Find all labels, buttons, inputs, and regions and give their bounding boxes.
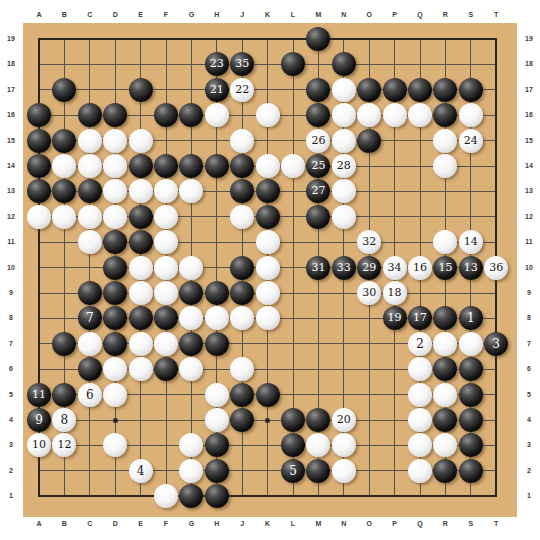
col-label-top-E: E <box>133 11 149 19</box>
col-label-bottom-N: N <box>336 520 352 528</box>
black-stone-M10: 31 <box>306 256 330 280</box>
black-stone-L4 <box>281 408 305 432</box>
white-stone-F12 <box>154 205 178 229</box>
white-stone-K14 <box>256 154 280 178</box>
white-stone-Q16 <box>408 103 432 127</box>
white-stone-C12 <box>78 205 102 229</box>
black-stone-R10: 15 <box>433 256 457 280</box>
white-stone-C11 <box>78 230 102 254</box>
row-label-left-8: 8 <box>3 314 19 322</box>
white-stone-E15 <box>129 129 153 153</box>
black-stone-O15 <box>357 129 381 153</box>
black-stone-T7: 3 <box>484 332 508 356</box>
white-stone-F1 <box>154 484 178 508</box>
black-stone-D9 <box>103 281 127 305</box>
row-label-right-19: 19 <box>521 35 537 43</box>
black-stone-A5: 11 <box>27 383 51 407</box>
white-stone-C14 <box>78 154 102 178</box>
col-label-bottom-R: R <box>437 520 453 528</box>
white-stone-F10 <box>154 256 178 280</box>
black-stone-D10 <box>103 256 127 280</box>
row-label-right-14: 14 <box>521 162 537 170</box>
black-stone-F6 <box>154 357 178 381</box>
black-stone-S6 <box>459 357 483 381</box>
black-stone-A14 <box>27 154 51 178</box>
row-label-left-9: 9 <box>3 289 19 297</box>
col-label-bottom-Q: Q <box>412 520 428 528</box>
white-stone-F7 <box>154 332 178 356</box>
col-label-top-P: P <box>387 11 403 19</box>
row-label-right-1: 1 <box>521 492 537 500</box>
white-stone-C15 <box>78 129 102 153</box>
row-label-left-6: 6 <box>3 365 19 373</box>
white-stone-C5: 6 <box>78 383 102 407</box>
black-stone-E14 <box>129 154 153 178</box>
row-label-left-1: 1 <box>3 492 19 500</box>
black-stone-S5 <box>459 383 483 407</box>
white-stone-S16 <box>459 103 483 127</box>
white-stone-N12 <box>332 205 356 229</box>
white-stone-J15 <box>230 129 254 153</box>
black-stone-C9 <box>78 281 102 305</box>
black-stone-B5 <box>52 383 76 407</box>
col-label-top-F: F <box>158 11 174 19</box>
col-label-bottom-S: S <box>463 520 479 528</box>
black-stone-K5 <box>256 383 280 407</box>
col-label-bottom-A: A <box>31 520 47 528</box>
col-label-top-N: N <box>336 11 352 19</box>
white-stone-N14: 28 <box>332 154 356 178</box>
white-stone-P10: 34 <box>383 256 407 280</box>
white-stone-E9 <box>129 281 153 305</box>
black-stone-H2 <box>205 459 229 483</box>
col-label-bottom-E: E <box>133 520 149 528</box>
white-stone-N4: 20 <box>332 408 356 432</box>
row-label-left-10: 10 <box>3 264 19 272</box>
black-stone-F16 <box>154 103 178 127</box>
row-label-left-4: 4 <box>3 416 19 424</box>
col-label-bottom-G: G <box>183 520 199 528</box>
white-stone-K11 <box>256 230 280 254</box>
row-label-left-7: 7 <box>3 340 19 348</box>
row-label-right-18: 18 <box>521 60 537 68</box>
black-stone-H17: 21 <box>205 78 229 102</box>
white-stone-M15: 26 <box>306 129 330 153</box>
white-stone-E7 <box>129 332 153 356</box>
go-diagram-page: 2335212226242528273214313329341615133630… <box>0 0 540 540</box>
black-stone-G1 <box>179 484 203 508</box>
black-stone-S17 <box>459 78 483 102</box>
col-label-top-L: L <box>285 11 301 19</box>
white-stone-Q2 <box>408 459 432 483</box>
black-stone-K12 <box>256 205 280 229</box>
col-label-top-M: M <box>310 11 326 19</box>
black-stone-A16 <box>27 103 51 127</box>
row-label-left-17: 17 <box>3 86 19 94</box>
white-stone-S7 <box>459 332 483 356</box>
col-label-top-Q: Q <box>412 11 428 19</box>
col-label-bottom-H: H <box>209 520 225 528</box>
white-stone-H16 <box>205 103 229 127</box>
white-stone-A12 <box>27 205 51 229</box>
col-label-top-D: D <box>107 11 123 19</box>
row-label-left-2: 2 <box>3 467 19 475</box>
white-stone-D15 <box>103 129 127 153</box>
row-label-right-8: 8 <box>521 314 537 322</box>
row-label-right-15: 15 <box>521 137 537 145</box>
col-label-top-O: O <box>361 11 377 19</box>
black-stone-J5 <box>230 383 254 407</box>
white-stone-N17 <box>332 78 356 102</box>
row-label-right-4: 4 <box>521 416 537 424</box>
col-label-top-J: J <box>234 11 250 19</box>
col-label-bottom-L: L <box>285 520 301 528</box>
white-stone-R5 <box>433 383 457 407</box>
white-stone-E2: 4 <box>129 459 153 483</box>
black-stone-H1 <box>205 484 229 508</box>
col-label-bottom-P: P <box>387 520 403 528</box>
black-stone-S10: 13 <box>459 256 483 280</box>
black-stone-E8 <box>129 306 153 330</box>
col-label-top-K: K <box>260 11 276 19</box>
row-label-right-13: 13 <box>521 187 537 195</box>
col-label-bottom-C: C <box>82 520 98 528</box>
row-label-right-10: 10 <box>521 264 537 272</box>
white-stone-P9: 18 <box>383 281 407 305</box>
row-label-right-2: 2 <box>521 467 537 475</box>
row-label-right-6: 6 <box>521 365 537 373</box>
black-stone-F14 <box>154 154 178 178</box>
white-stone-R15 <box>433 129 457 153</box>
white-stone-S15: 24 <box>459 129 483 153</box>
black-stone-S2 <box>459 459 483 483</box>
white-stone-Q4 <box>408 408 432 432</box>
col-label-bottom-K: K <box>260 520 276 528</box>
col-label-top-C: C <box>82 11 98 19</box>
row-label-left-15: 15 <box>3 137 19 145</box>
white-stone-D5 <box>103 383 127 407</box>
col-label-top-S: S <box>463 11 479 19</box>
black-stone-H14 <box>205 154 229 178</box>
black-stone-C16 <box>78 103 102 127</box>
row-label-right-3: 3 <box>521 441 537 449</box>
white-stone-Q5 <box>408 383 432 407</box>
white-stone-D14 <box>103 154 127 178</box>
white-stone-K16 <box>256 103 280 127</box>
white-stone-N16 <box>332 103 356 127</box>
white-stone-H4 <box>205 408 229 432</box>
black-stone-P8: 19 <box>383 306 407 330</box>
black-stone-J4 <box>230 408 254 432</box>
go-board-surface[interactable]: 2335212226242528273214313329341615133630… <box>23 23 517 517</box>
row-label-right-12: 12 <box>521 213 537 221</box>
white-stone-C7 <box>78 332 102 356</box>
col-label-top-H: H <box>209 11 225 19</box>
white-stone-G10 <box>179 256 203 280</box>
black-stone-J10 <box>230 256 254 280</box>
black-stone-K13 <box>256 179 280 203</box>
black-stone-C6 <box>78 357 102 381</box>
black-stone-L2: 5 <box>281 459 305 483</box>
white-stone-E13 <box>129 179 153 203</box>
row-label-right-5: 5 <box>521 391 537 399</box>
col-label-bottom-B: B <box>56 520 72 528</box>
black-stone-E17 <box>129 78 153 102</box>
white-stone-T10: 36 <box>484 256 508 280</box>
white-stone-K10 <box>256 256 280 280</box>
row-label-right-17: 17 <box>521 86 537 94</box>
white-stone-F11 <box>154 230 178 254</box>
black-stone-O17 <box>357 78 381 102</box>
col-label-bottom-J: J <box>234 520 250 528</box>
white-stone-D12 <box>103 205 127 229</box>
black-stone-Q17 <box>408 78 432 102</box>
black-stone-B15 <box>52 129 76 153</box>
row-label-right-9: 9 <box>521 289 537 297</box>
row-label-right-11: 11 <box>521 238 537 246</box>
col-label-bottom-M: M <box>310 520 326 528</box>
row-label-left-18: 18 <box>3 60 19 68</box>
white-stone-O9: 30 <box>357 281 381 305</box>
black-stone-N10: 33 <box>332 256 356 280</box>
black-stone-O10: 29 <box>357 256 381 280</box>
row-label-left-19: 19 <box>3 35 19 43</box>
col-label-bottom-D: D <box>107 520 123 528</box>
white-stone-E10 <box>129 256 153 280</box>
row-label-left-3: 3 <box>3 441 19 449</box>
row-label-left-13: 13 <box>3 187 19 195</box>
black-stone-D7 <box>103 332 127 356</box>
col-label-top-G: G <box>183 11 199 19</box>
row-label-left-11: 11 <box>3 238 19 246</box>
white-stone-H5 <box>205 383 229 407</box>
row-label-left-14: 14 <box>3 162 19 170</box>
black-stone-A15 <box>27 129 51 153</box>
star-point-K4 <box>265 418 270 423</box>
white-stone-J12 <box>230 205 254 229</box>
black-stone-P17 <box>383 78 407 102</box>
col-label-top-R: R <box>437 11 453 19</box>
row-label-left-5: 5 <box>3 391 19 399</box>
col-label-top-B: B <box>56 11 72 19</box>
black-stone-E12 <box>129 205 153 229</box>
white-stone-Q10: 16 <box>408 256 432 280</box>
col-label-bottom-O: O <box>361 520 377 528</box>
black-stone-J14 <box>230 154 254 178</box>
white-stone-F9 <box>154 281 178 305</box>
col-label-top-T: T <box>488 11 504 19</box>
col-label-bottom-T: T <box>488 520 504 528</box>
black-stone-S4 <box>459 408 483 432</box>
white-stone-N15 <box>332 129 356 153</box>
row-label-right-7: 7 <box>521 340 537 348</box>
white-stone-L14 <box>281 154 305 178</box>
white-stone-Q6 <box>408 357 432 381</box>
white-stone-K8 <box>256 306 280 330</box>
white-stone-S11: 14 <box>459 230 483 254</box>
col-label-bottom-F: F <box>158 520 174 528</box>
row-label-right-16: 16 <box>521 111 537 119</box>
black-stone-E11 <box>129 230 153 254</box>
row-label-left-12: 12 <box>3 213 19 221</box>
white-stone-N2 <box>332 459 356 483</box>
black-stone-A4: 9 <box>27 408 51 432</box>
black-stone-H7 <box>205 332 229 356</box>
white-stone-K9 <box>256 281 280 305</box>
col-label-top-A: A <box>31 11 47 19</box>
white-stone-Q7: 2 <box>408 332 432 356</box>
black-stone-H9 <box>205 281 229 305</box>
white-stone-P16 <box>383 103 407 127</box>
white-stone-J17: 22 <box>230 78 254 102</box>
black-stone-J9 <box>230 281 254 305</box>
star-point-D4 <box>113 418 118 423</box>
white-stone-E6 <box>129 357 153 381</box>
row-label-left-16: 16 <box>3 111 19 119</box>
